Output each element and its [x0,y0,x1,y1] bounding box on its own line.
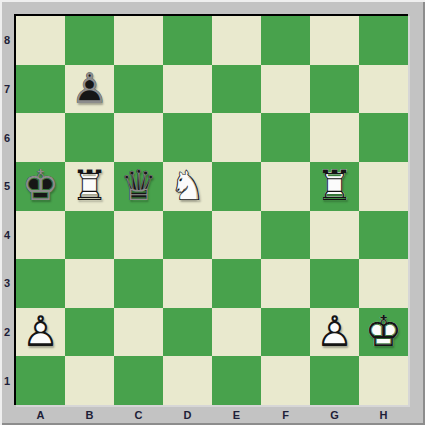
white-pawn-outline: ♙ [16,308,65,357]
rank-label-3: 3 [0,259,14,308]
square-f4[interactable] [261,211,310,260]
square-b1[interactable] [65,356,114,405]
square-h6[interactable] [359,113,408,162]
square-g2[interactable]: ♟♙ [310,308,359,357]
file-label-g: G [310,405,359,424]
square-g6[interactable] [310,113,359,162]
file-label-c: C [114,405,163,424]
square-f6[interactable] [261,113,310,162]
square-b3[interactable] [65,259,114,308]
white-knight-outline: ♘ [163,162,212,211]
square-h1[interactable] [359,356,408,405]
square-f1[interactable] [261,356,310,405]
square-c3[interactable] [114,259,163,308]
square-b6[interactable] [65,113,114,162]
square-g8[interactable] [310,16,359,65]
white-pawn-outline: ♙ [310,308,359,357]
square-f8[interactable] [261,16,310,65]
square-a5[interactable]: ♚♔ [16,162,65,211]
white-king[interactable]: ♚♔ [359,308,408,357]
square-b2[interactable] [65,308,114,357]
black-king[interactable]: ♚♔ [16,162,65,211]
square-d8[interactable] [163,16,212,65]
black-pawn[interactable]: ♟♙ [65,65,114,114]
square-c2[interactable] [114,308,163,357]
square-h2[interactable]: ♚♔ [359,308,408,357]
square-c4[interactable] [114,211,163,260]
board-frame: 87654321 ABCDEFGH ♟♙♚♔♜♖♛♕♞♘♜♖♟♙♟♙♚♔ [0,0,425,425]
rank-label-1: 1 [0,356,14,405]
square-f7[interactable] [261,65,310,114]
black-pawn-outline: ♙ [65,65,114,114]
file-label-a: A [16,405,65,424]
rank-label-8: 8 [0,16,14,65]
chess-board[interactable]: ♟♙♚♔♜♖♛♕♞♘♜♖♟♙♟♙♚♔ [14,14,408,405]
square-b4[interactable] [65,211,114,260]
square-e8[interactable] [212,16,261,65]
square-a8[interactable] [16,16,65,65]
white-rook[interactable]: ♜♖ [310,162,359,211]
square-e7[interactable] [212,65,261,114]
square-g3[interactable] [310,259,359,308]
square-f3[interactable] [261,259,310,308]
square-d2[interactable] [163,308,212,357]
rank-label-5: 5 [0,162,14,211]
square-c1[interactable] [114,356,163,405]
square-h5[interactable] [359,162,408,211]
square-e1[interactable] [212,356,261,405]
square-c5[interactable]: ♛♕ [114,162,163,211]
square-a4[interactable] [16,211,65,260]
file-labels: ABCDEFGH [16,405,408,424]
file-label-d: D [163,405,212,424]
square-e5[interactable] [212,162,261,211]
white-knight[interactable]: ♞♘ [163,162,212,211]
square-f5[interactable] [261,162,310,211]
black-queen[interactable]: ♛♕ [114,162,163,211]
square-g7[interactable] [310,65,359,114]
square-d3[interactable] [163,259,212,308]
square-e2[interactable] [212,308,261,357]
white-pawn[interactable]: ♟♙ [310,308,359,357]
white-king-outline: ♔ [359,308,408,357]
white-rook-outline: ♖ [310,162,359,211]
square-h3[interactable] [359,259,408,308]
square-a1[interactable] [16,356,65,405]
rank-labels: 87654321 [0,16,14,405]
file-label-f: F [261,405,310,424]
rank-label-4: 4 [0,211,14,260]
white-rook-outline: ♖ [65,162,114,211]
square-d7[interactable] [163,65,212,114]
file-label-b: B [65,405,114,424]
file-label-e: E [212,405,261,424]
square-d5[interactable]: ♞♘ [163,162,212,211]
square-b8[interactable] [65,16,114,65]
square-g4[interactable] [310,211,359,260]
white-pawn[interactable]: ♟♙ [16,308,65,357]
square-e3[interactable] [212,259,261,308]
square-a7[interactable] [16,65,65,114]
square-b7[interactable]: ♟♙ [65,65,114,114]
white-rook[interactable]: ♜♖ [65,162,114,211]
square-e4[interactable] [212,211,261,260]
black-king-outline: ♔ [16,162,65,211]
square-d1[interactable] [163,356,212,405]
square-a2[interactable]: ♟♙ [16,308,65,357]
square-a6[interactable] [16,113,65,162]
square-d4[interactable] [163,211,212,260]
rank-label-7: 7 [0,65,14,114]
square-a3[interactable] [16,259,65,308]
square-d6[interactable] [163,113,212,162]
file-label-h: H [359,405,408,424]
square-b5[interactable]: ♜♖ [65,162,114,211]
square-h8[interactable] [359,16,408,65]
square-g5[interactable]: ♜♖ [310,162,359,211]
square-g1[interactable] [310,356,359,405]
square-e6[interactable] [212,113,261,162]
square-c8[interactable] [114,16,163,65]
square-c7[interactable] [114,65,163,114]
rank-label-2: 2 [0,308,14,357]
square-c6[interactable] [114,113,163,162]
square-h7[interactable] [359,65,408,114]
black-queen-outline: ♕ [114,162,163,211]
square-f2[interactable] [261,308,310,357]
rank-label-6: 6 [0,113,14,162]
square-h4[interactable] [359,211,408,260]
